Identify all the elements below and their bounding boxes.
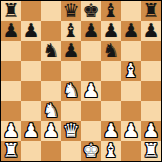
piece-white-knight[interactable]: ♞ xyxy=(62,81,79,100)
piece-black-pawn[interactable]: ♟ xyxy=(102,21,119,40)
square-b5[interactable] xyxy=(21,61,41,81)
piece-black-bishop[interactable]: ♝ xyxy=(102,1,119,20)
square-e7[interactable]: ♟ xyxy=(81,21,101,41)
square-f8[interactable]: ♝ xyxy=(101,1,121,21)
square-d5[interactable] xyxy=(61,61,81,81)
piece-white-king[interactable]: ♚ xyxy=(82,141,99,160)
piece-black-rook[interactable]: ♜ xyxy=(2,1,19,20)
square-e6[interactable] xyxy=(81,41,101,61)
square-a2[interactable]: ♟ xyxy=(1,121,21,141)
square-b2[interactable]: ♟ xyxy=(21,121,41,141)
square-a7[interactable]: ♟ xyxy=(1,21,21,41)
square-b3[interactable] xyxy=(21,101,41,121)
square-a6[interactable] xyxy=(1,41,21,61)
piece-white-knight[interactable]: ♞ xyxy=(42,101,59,120)
square-h5[interactable] xyxy=(141,61,161,81)
square-h4[interactable] xyxy=(141,81,161,101)
piece-white-pawn[interactable]: ♟ xyxy=(122,121,139,140)
square-b8[interactable] xyxy=(21,1,41,21)
piece-white-rook[interactable]: ♜ xyxy=(142,141,159,160)
piece-white-pawn[interactable]: ♟ xyxy=(22,121,39,140)
square-g7[interactable]: ♟ xyxy=(121,21,141,41)
square-a5[interactable] xyxy=(1,61,21,81)
square-c8[interactable] xyxy=(41,1,61,21)
piece-black-pawn[interactable]: ♟ xyxy=(142,21,159,40)
square-e5[interactable] xyxy=(81,61,101,81)
square-g4[interactable] xyxy=(121,81,141,101)
square-c5[interactable] xyxy=(41,61,61,81)
piece-white-queen[interactable]: ♛ xyxy=(62,121,79,140)
piece-black-pawn[interactable]: ♟ xyxy=(62,41,79,60)
chess-board: ♜♛♚♝♜♟♟♝♟♟♟♟♞♟♞♝♞♟♞♟♟♟♛♟♟♟♜♚♝♜ xyxy=(0,0,162,162)
piece-black-queen[interactable]: ♛ xyxy=(62,1,79,20)
square-f1[interactable]: ♝ xyxy=(101,141,121,161)
piece-black-king[interactable]: ♚ xyxy=(82,1,99,20)
square-g3[interactable] xyxy=(121,101,141,121)
square-g1[interactable] xyxy=(121,141,141,161)
piece-white-bishop[interactable]: ♝ xyxy=(122,61,139,80)
square-h2[interactable]: ♟ xyxy=(141,121,161,141)
piece-black-pawn[interactable]: ♟ xyxy=(122,21,139,40)
piece-black-knight[interactable]: ♞ xyxy=(102,41,119,60)
square-h8[interactable]: ♜ xyxy=(141,1,161,21)
square-f7[interactable]: ♟ xyxy=(101,21,121,41)
square-f5[interactable] xyxy=(101,61,121,81)
square-h3[interactable] xyxy=(141,101,161,121)
piece-black-rook[interactable]: ♜ xyxy=(142,1,159,20)
square-h1[interactable]: ♜ xyxy=(141,141,161,161)
piece-white-pawn[interactable]: ♟ xyxy=(102,121,119,140)
square-h6[interactable] xyxy=(141,41,161,61)
square-d4[interactable]: ♞ xyxy=(61,81,81,101)
piece-black-knight[interactable]: ♞ xyxy=(42,41,59,60)
square-a4[interactable] xyxy=(1,81,21,101)
square-h7[interactable]: ♟ xyxy=(141,21,161,41)
square-f6[interactable]: ♞ xyxy=(101,41,121,61)
square-b6[interactable] xyxy=(21,41,41,61)
square-c3[interactable]: ♞ xyxy=(41,101,61,121)
square-b4[interactable] xyxy=(21,81,41,101)
square-c7[interactable] xyxy=(41,21,61,41)
square-d3[interactable] xyxy=(61,101,81,121)
piece-black-pawn[interactable]: ♟ xyxy=(82,21,99,40)
square-e3[interactable] xyxy=(81,101,101,121)
square-g2[interactable]: ♟ xyxy=(121,121,141,141)
square-d7[interactable]: ♝ xyxy=(61,21,81,41)
square-a8[interactable]: ♜ xyxy=(1,1,21,21)
square-f4[interactable] xyxy=(101,81,121,101)
square-b7[interactable]: ♟ xyxy=(21,21,41,41)
piece-white-pawn[interactable]: ♟ xyxy=(82,81,99,100)
square-e2[interactable] xyxy=(81,121,101,141)
piece-white-rook[interactable]: ♜ xyxy=(2,141,19,160)
square-a1[interactable]: ♜ xyxy=(1,141,21,161)
piece-black-pawn[interactable]: ♟ xyxy=(22,21,39,40)
square-c1[interactable] xyxy=(41,141,61,161)
square-d8[interactable]: ♛ xyxy=(61,1,81,21)
square-c6[interactable]: ♞ xyxy=(41,41,61,61)
piece-white-pawn[interactable]: ♟ xyxy=(42,121,59,140)
piece-white-pawn[interactable]: ♟ xyxy=(142,121,159,140)
square-e8[interactable]: ♚ xyxy=(81,1,101,21)
square-g6[interactable] xyxy=(121,41,141,61)
square-d2[interactable]: ♛ xyxy=(61,121,81,141)
square-g8[interactable] xyxy=(121,1,141,21)
square-d6[interactable]: ♟ xyxy=(61,41,81,61)
square-d1[interactable] xyxy=(61,141,81,161)
square-f2[interactable]: ♟ xyxy=(101,121,121,141)
square-c2[interactable]: ♟ xyxy=(41,121,61,141)
piece-white-pawn[interactable]: ♟ xyxy=(2,121,19,140)
square-e1[interactable]: ♚ xyxy=(81,141,101,161)
piece-black-pawn[interactable]: ♟ xyxy=(2,21,19,40)
square-a3[interactable] xyxy=(1,101,21,121)
square-b1[interactable] xyxy=(21,141,41,161)
piece-white-bishop[interactable]: ♝ xyxy=(102,141,119,160)
square-e4[interactable]: ♟ xyxy=(81,81,101,101)
square-g5[interactable]: ♝ xyxy=(121,61,141,81)
piece-black-bishop[interactable]: ♝ xyxy=(62,21,79,40)
square-c4[interactable] xyxy=(41,81,61,101)
square-f3[interactable] xyxy=(101,101,121,121)
